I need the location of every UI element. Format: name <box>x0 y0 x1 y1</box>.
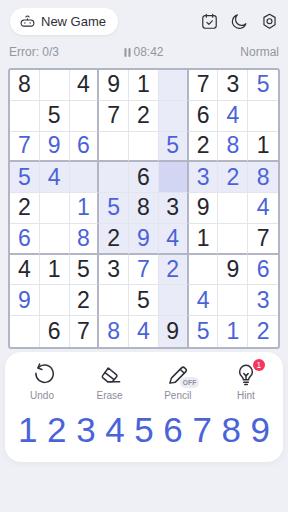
night-mode-moon-icon <box>230 12 249 31</box>
cell-r2c6[interactable] <box>159 101 189 132</box>
cell-r9c4[interactable]: 8 <box>99 316 129 347</box>
pencil-label: Pencil <box>164 390 191 401</box>
cell-r8c2[interactable] <box>40 285 70 316</box>
cell-r6c9[interactable]: 7 <box>248 224 278 255</box>
hint-count-badge: 1 <box>253 359 265 371</box>
cell-r1c1[interactable]: 8 <box>10 70 40 101</box>
cell-r4c5[interactable]: 6 <box>129 162 159 193</box>
timer-value: 08:42 <box>133 45 163 59</box>
cell-r1c7[interactable]: 7 <box>189 70 219 101</box>
cell-r2c5[interactable]: 2 <box>129 101 159 132</box>
cell-r3c9[interactable]: 1 <box>248 132 278 163</box>
cell-r9c6[interactable]: 9 <box>159 316 189 347</box>
cell-r5c2[interactable] <box>40 193 70 224</box>
cell-r5c4[interactable]: 5 <box>99 193 129 224</box>
cell-r7c5[interactable]: 7 <box>129 255 159 286</box>
cell-r2c7[interactable]: 6 <box>189 101 219 132</box>
cell-r4c9[interactable]: 8 <box>248 162 278 193</box>
numpad-3[interactable]: 3 <box>76 412 95 447</box>
numpad-8[interactable]: 8 <box>221 412 240 447</box>
cell-r7c4[interactable]: 3 <box>99 255 129 286</box>
hint-button[interactable]: 1 Hint <box>233 362 259 401</box>
cell-r1c6[interactable] <box>159 70 189 101</box>
night-mode-button[interactable] <box>230 12 249 31</box>
pause-timer[interactable]: 08:42 <box>124 45 163 59</box>
gamepad-icon <box>19 13 36 30</box>
cell-r1c8[interactable]: 3 <box>218 70 248 101</box>
difficulty-label: Normal <box>240 45 279 59</box>
cell-r7c1[interactable]: 4 <box>10 255 40 286</box>
cell-r8c6[interactable] <box>159 285 189 316</box>
pencil-button[interactable]: OFF Pencil <box>164 362 191 401</box>
daily-challenge-button[interactable] <box>200 12 219 31</box>
erase-label: Erase <box>97 390 123 401</box>
cell-r7c3[interactable]: 5 <box>70 255 100 286</box>
cell-r5c1[interactable]: 2 <box>10 193 40 224</box>
cell-r3c6[interactable]: 5 <box>159 132 189 163</box>
cell-r1c2[interactable] <box>40 70 70 101</box>
cell-r9c5[interactable]: 4 <box>129 316 159 347</box>
cell-r3c1[interactable]: 7 <box>10 132 40 163</box>
number-pad: 123456789 <box>5 401 283 462</box>
cell-r8c8[interactable] <box>218 285 248 316</box>
cell-r3c5[interactable] <box>129 132 159 163</box>
cell-r4c2[interactable]: 4 <box>40 162 70 193</box>
cell-r7c9[interactable]: 6 <box>248 255 278 286</box>
new-game-button[interactable]: New Game <box>10 8 118 35</box>
cell-r6c5[interactable]: 9 <box>129 224 159 255</box>
hint-label: Hint <box>237 390 255 401</box>
top-bar: New Game <box>0 0 288 35</box>
cell-r9c8[interactable]: 1 <box>218 316 248 347</box>
cell-r5c3[interactable]: 1 <box>70 193 100 224</box>
erase-button[interactable]: Erase <box>97 362 123 401</box>
cell-r4c8[interactable]: 2 <box>218 162 248 193</box>
cell-r5c5[interactable]: 8 <box>129 193 159 224</box>
cell-r6c2[interactable] <box>40 224 70 255</box>
erase-icon <box>97 362 123 388</box>
cell-r5c9[interactable]: 4 <box>248 193 278 224</box>
cell-r6c3[interactable]: 8 <box>70 224 100 255</box>
cell-r9c7[interactable]: 5 <box>189 316 219 347</box>
numpad-2[interactable]: 2 <box>47 412 66 447</box>
cell-r5c8[interactable] <box>218 193 248 224</box>
cell-r6c6[interactable]: 4 <box>159 224 189 255</box>
cell-r9c3[interactable]: 7 <box>70 316 100 347</box>
cell-r8c7[interactable]: 4 <box>189 285 219 316</box>
cell-r2c9[interactable] <box>248 101 278 132</box>
cell-r5c7[interactable]: 9 <box>189 193 219 224</box>
cell-r2c4[interactable]: 7 <box>99 101 129 132</box>
numpad-9[interactable]: 9 <box>251 412 270 447</box>
cell-r3c7[interactable]: 2 <box>189 132 219 163</box>
numpad-6[interactable]: 6 <box>163 412 182 447</box>
cell-r3c3[interactable]: 6 <box>70 132 100 163</box>
cell-r9c9[interactable]: 2 <box>248 316 278 347</box>
cell-r6c7[interactable]: 1 <box>189 224 219 255</box>
cell-r6c4[interactable]: 2 <box>99 224 129 255</box>
cell-r4c7[interactable]: 3 <box>189 162 219 193</box>
error-counter: Error: 0/3 <box>9 45 59 59</box>
undo-button[interactable]: Undo <box>29 362 55 401</box>
cell-r8c9[interactable]: 3 <box>248 285 278 316</box>
undo-label: Undo <box>30 390 54 401</box>
cell-r6c8[interactable] <box>218 224 248 255</box>
cell-r8c3[interactable]: 2 <box>70 285 100 316</box>
cell-r4c1[interactable]: 5 <box>10 162 40 193</box>
settings-gear-icon <box>260 12 279 31</box>
pause-icon <box>124 48 130 57</box>
cell-r4c3[interactable] <box>70 162 100 193</box>
cell-r1c5[interactable]: 1 <box>129 70 159 101</box>
header-icons <box>200 12 279 31</box>
cell-r4c4[interactable] <box>99 162 129 193</box>
cell-r7c6[interactable]: 2 <box>159 255 189 286</box>
cell-r9c1[interactable] <box>10 316 40 347</box>
cell-r5c6[interactable]: 3 <box>159 193 189 224</box>
cell-r2c8[interactable]: 4 <box>218 101 248 132</box>
pencil-off-badge: OFF <box>180 377 200 388</box>
daily-challenge-calendar-icon <box>200 12 219 31</box>
new-game-label: New Game <box>41 14 106 29</box>
cell-r6c1[interactable]: 6 <box>10 224 40 255</box>
cell-r3c4[interactable] <box>99 132 129 163</box>
numpad-4[interactable]: 4 <box>105 412 124 447</box>
cell-r1c9[interactable]: 5 <box>248 70 278 101</box>
cell-r8c5[interactable]: 5 <box>129 285 159 316</box>
numpad-1[interactable]: 1 <box>18 412 37 447</box>
cell-r9c2[interactable]: 6 <box>40 316 70 347</box>
cell-r4c6[interactable] <box>159 162 189 193</box>
toolbar: Undo Erase OFF Pencil 1 Hi <box>5 352 283 401</box>
cell-r2c2[interactable]: 5 <box>40 101 70 132</box>
settings-button[interactable] <box>260 12 279 31</box>
cell-r7c7[interactable] <box>189 255 219 286</box>
cell-r7c2[interactable]: 1 <box>40 255 70 286</box>
cell-r2c1[interactable] <box>10 101 40 132</box>
status-bar: Error: 0/3 08:42 Normal <box>0 35 288 59</box>
cell-r8c1[interactable]: 9 <box>10 285 40 316</box>
cell-r3c8[interactable]: 8 <box>218 132 248 163</box>
numpad-5[interactable]: 5 <box>134 412 153 447</box>
cell-r7c8[interactable]: 9 <box>218 255 248 286</box>
cell-r8c4[interactable] <box>99 285 129 316</box>
cell-r2c3[interactable] <box>70 101 100 132</box>
cell-r1c4[interactable]: 9 <box>99 70 129 101</box>
cell-r1c3[interactable]: 4 <box>70 70 100 101</box>
sudoku-board: 8491735572647965281546328215839468294174… <box>8 68 280 349</box>
numpad-7[interactable]: 7 <box>192 412 211 447</box>
cell-r3c2[interactable]: 9 <box>40 132 70 163</box>
control-card: Undo Erase OFF Pencil 1 Hi <box>5 352 283 462</box>
undo-icon <box>29 362 55 388</box>
